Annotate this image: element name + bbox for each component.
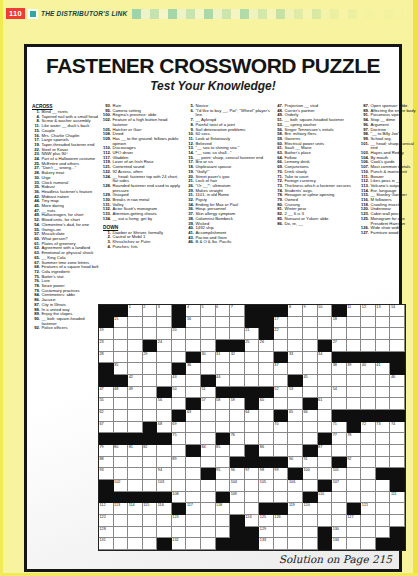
white-cell-r19c4 xyxy=(143,515,158,527)
white-cell-r9c13 xyxy=(274,398,289,410)
white-cell-r6c13: 37 xyxy=(274,363,289,375)
white-cell-r20c8 xyxy=(201,527,216,539)
cell-number: 23 xyxy=(100,340,104,344)
cell-number: 94 xyxy=(158,468,162,472)
white-cell-r7c18 xyxy=(347,375,362,387)
cell-number: 39 xyxy=(347,363,351,367)
white-cell-r14c5 xyxy=(157,457,172,469)
cell-number: 128 xyxy=(100,527,106,531)
white-cell-r6c8 xyxy=(201,363,216,375)
white-cell-r4c13 xyxy=(274,340,289,352)
cell-number: 103 xyxy=(158,480,164,484)
white-cell-r21c14 xyxy=(288,538,303,550)
white-cell-r8c17: 54 xyxy=(332,387,347,399)
white-cell-r3c9 xyxy=(216,328,231,340)
white-cell-r19c21 xyxy=(390,515,405,527)
cell-number: 8 xyxy=(289,305,291,309)
black-cell-r13c7 xyxy=(186,445,201,457)
white-cell-r3c21 xyxy=(390,328,405,340)
white-cell-r11c14 xyxy=(288,422,303,434)
cell-number: 50 xyxy=(172,387,176,391)
white-cell-r8c21 xyxy=(390,387,405,399)
white-cell-r17c10: 109 xyxy=(230,492,245,504)
white-cell-r13c17 xyxy=(332,445,347,457)
clue-column-2: 93.Ruin95.Camera setting100.Regina's pro… xyxy=(101,104,181,249)
white-cell-r1c9: 6 xyxy=(216,305,231,317)
clue-column-1: ACROSS1.Blind __ rivets4.Tapered nail wi… xyxy=(30,104,99,331)
white-cell-r21c15 xyxy=(303,538,318,550)
white-cell-r15c10: 96 xyxy=(230,468,245,480)
white-cell-r11c5: 68 xyxy=(157,422,172,434)
black-cell-r8c11 xyxy=(245,387,260,399)
black-cell-r6c6 xyxy=(172,363,187,375)
white-cell-r1c15: 9 xyxy=(303,305,318,317)
white-cell-r18c2: 113 xyxy=(114,503,129,515)
white-cell-r3c20 xyxy=(376,328,391,340)
cell-number: 43 xyxy=(172,375,176,379)
white-cell-r10c8 xyxy=(201,410,216,422)
cell-number: 119 xyxy=(289,503,295,507)
black-cell-r18c12 xyxy=(259,503,274,515)
white-cell-r13c1: 79 xyxy=(99,445,114,457)
white-cell-r11c21: 74 xyxy=(390,422,405,434)
white-cell-r9c1: 55 xyxy=(99,398,114,410)
white-cell-r6c11 xyxy=(245,363,260,375)
cell-number: 86 xyxy=(260,445,264,449)
white-cell-r6c15 xyxy=(303,363,318,375)
white-cell-r16c20 xyxy=(376,480,391,492)
white-cell-r12c12 xyxy=(259,433,274,445)
white-cell-r16c19 xyxy=(361,480,376,492)
white-cell-r18c20 xyxy=(376,503,391,515)
white-cell-r20c15 xyxy=(303,527,318,539)
white-cell-r13c9: 85 xyxy=(216,445,231,457)
white-cell-r5c9: 31 xyxy=(216,352,231,364)
white-cell-r4c1: 23 xyxy=(99,340,114,352)
cell-number: 11 xyxy=(347,305,351,309)
white-cell-r8c1: 47 xyxy=(99,387,114,399)
white-cell-r1c21: 14 xyxy=(390,305,405,317)
white-cell-r10c2 xyxy=(114,410,129,422)
white-cell-r9c10: 59 xyxy=(230,398,245,410)
white-cell-r2c15 xyxy=(303,317,318,329)
cell-number: 71 xyxy=(333,422,337,426)
white-cell-r9c20 xyxy=(376,398,391,410)
white-cell-r9c16: 61 xyxy=(318,398,333,410)
white-cell-r13c5 xyxy=(157,445,172,457)
white-cell-r2c14 xyxy=(288,317,303,329)
cell-number: 4 xyxy=(187,305,189,309)
white-cell-r1c4: 2 xyxy=(143,305,158,317)
white-cell-r1c7: 4 xyxy=(186,305,201,317)
white-cell-r17c19 xyxy=(361,492,376,504)
black-cell-r14c12 xyxy=(259,457,274,469)
white-cell-r6c14 xyxy=(288,363,303,375)
cell-number: 55 xyxy=(100,398,104,402)
white-cell-r12c14 xyxy=(288,433,303,445)
black-cell-r15c20 xyxy=(376,468,391,480)
down-clue-46: 46.B & O & So. Pacific xyxy=(184,240,271,245)
white-cell-r5c2 xyxy=(114,352,129,364)
white-cell-r7c10 xyxy=(230,375,245,387)
cell-number: 42 xyxy=(129,375,133,379)
black-cell-r4c10 xyxy=(230,340,245,352)
white-cell-r18c14: 119 xyxy=(288,503,303,515)
black-cell-r13c15 xyxy=(303,445,318,457)
white-cell-r15c5: 94 xyxy=(157,468,172,480)
cell-number: 70 xyxy=(274,422,278,426)
white-cell-r17c16: 110 xyxy=(318,492,333,504)
cell-number: 108 xyxy=(172,492,178,496)
white-cell-r11c8 xyxy=(201,422,216,434)
cell-number: 118 xyxy=(216,503,222,507)
black-cell-r5c21 xyxy=(390,352,405,364)
cell-number: 95 xyxy=(216,468,220,472)
black-cell-r11c18 xyxy=(347,422,362,434)
magazine-title: THE DISTRIBUTOR'S LINK xyxy=(41,10,127,17)
cell-number: 36 xyxy=(187,363,191,367)
white-cell-r18c11 xyxy=(245,503,260,515)
black-cell-r2c12 xyxy=(259,317,274,329)
cell-number: 29 xyxy=(143,352,147,356)
white-cell-r9c8: 57 xyxy=(201,398,216,410)
white-cell-r16c5: 103 xyxy=(157,480,172,492)
black-cell-r10c19 xyxy=(361,410,376,422)
white-cell-r17c18 xyxy=(347,492,362,504)
white-cell-r5c8: 30 xyxy=(201,352,216,364)
white-cell-r17c8 xyxy=(201,492,216,504)
cell-number: 89 xyxy=(172,457,176,461)
white-cell-r7c21: 46 xyxy=(390,375,405,387)
white-cell-r12c20 xyxy=(376,433,391,445)
across-clue-92: 92.Police officers xyxy=(30,326,99,331)
white-cell-r4c6 xyxy=(172,340,187,352)
white-cell-r4c20 xyxy=(376,340,391,352)
cell-number: 7 xyxy=(231,305,233,309)
white-cell-r3c17 xyxy=(332,328,347,340)
white-cell-r17c6: 108 xyxy=(172,492,187,504)
white-cell-r2c4 xyxy=(143,317,158,329)
black-cell-r9c15 xyxy=(303,398,318,410)
white-cell-r2c10 xyxy=(230,317,245,329)
white-cell-r13c2: 80 xyxy=(114,445,129,457)
white-cell-r4c15 xyxy=(303,340,318,352)
white-cell-r2c9 xyxy=(216,317,231,329)
white-cell-r14c20 xyxy=(376,457,391,469)
white-cell-r20c7 xyxy=(186,527,201,539)
cell-number: 2 xyxy=(143,305,145,309)
white-cell-r17c12 xyxy=(259,492,274,504)
white-cell-r8c6: 50 xyxy=(172,387,187,399)
cell-number: 26 xyxy=(260,340,264,344)
white-cell-r14c8 xyxy=(201,457,216,469)
white-cell-r14c7 xyxy=(186,457,201,469)
white-cell-r6c3 xyxy=(128,363,143,375)
magazine-page: { "game": "crossword", "header": { "page… xyxy=(0,0,418,576)
white-cell-r2c2: 15 xyxy=(114,317,129,329)
white-cell-r14c16 xyxy=(318,457,333,469)
white-cell-r1c19: 12 xyxy=(361,305,376,317)
white-cell-r5c12 xyxy=(259,352,274,364)
cell-number: 25 xyxy=(245,340,249,344)
white-cell-r2c17: 18 xyxy=(332,317,347,329)
white-cell-r19c16 xyxy=(318,515,333,527)
white-cell-r3c4 xyxy=(143,328,158,340)
white-cell-r19c7 xyxy=(186,515,201,527)
black-cell-r7c2 xyxy=(114,375,129,387)
black-cell-r12c4 xyxy=(143,433,158,445)
white-cell-r13c18 xyxy=(347,445,362,457)
white-cell-r7c12 xyxy=(259,375,274,387)
white-cell-r9c4 xyxy=(143,398,158,410)
black-cell-r5c17 xyxy=(332,352,347,364)
white-cell-r2c20 xyxy=(376,317,391,329)
cell-number: 113 xyxy=(114,503,120,507)
black-cell-r5c13 xyxy=(274,352,289,364)
black-cell-r10c18 xyxy=(347,410,362,422)
cell-number: 51 xyxy=(201,387,205,391)
white-cell-r4c21 xyxy=(390,340,405,352)
black-cell-r1c11 xyxy=(245,305,260,317)
white-cell-r3c11: 21 xyxy=(245,328,260,340)
black-cell-r16c16 xyxy=(318,480,333,492)
cell-number: 12 xyxy=(362,305,366,309)
cell-number: 5 xyxy=(201,305,203,309)
cell-number: 126 xyxy=(274,515,280,519)
cell-number: 31 xyxy=(216,352,220,356)
white-cell-r12c11 xyxy=(245,433,260,445)
white-cell-r20c19 xyxy=(361,527,376,539)
white-cell-r9c18 xyxy=(347,398,362,410)
black-cell-r13c11 xyxy=(245,445,260,457)
black-cell-r21c20 xyxy=(376,538,391,550)
white-cell-r9c6 xyxy=(172,398,187,410)
cell-number: 27 xyxy=(333,340,337,344)
black-cell-r4c16 xyxy=(318,340,333,352)
black-cell-r11c4 xyxy=(143,422,158,434)
cell-number: 58 xyxy=(216,398,220,402)
white-cell-r15c2 xyxy=(114,468,129,480)
cell-number: 82 xyxy=(143,445,147,449)
across-clue-134: 134.__ out a living; get by xyxy=(101,217,181,222)
white-cell-r8c19 xyxy=(361,387,376,399)
white-cell-r5c6 xyxy=(172,352,187,364)
white-cell-r3c13: 22 xyxy=(274,328,289,340)
white-cell-r19c17 xyxy=(332,515,347,527)
white-cell-r16c11 xyxy=(245,480,260,492)
white-cell-r7c19 xyxy=(361,375,376,387)
white-cell-r16c8 xyxy=(201,480,216,492)
black-cell-r17c3 xyxy=(128,492,143,504)
black-cell-r14c17 xyxy=(332,457,347,469)
black-cell-r7c14 xyxy=(288,375,303,387)
white-cell-r5c14: 33 xyxy=(288,352,303,364)
white-cell-r20c18 xyxy=(347,527,362,539)
cell-number: 52 xyxy=(274,387,278,391)
white-cell-r19c5 xyxy=(157,515,172,527)
cell-number: 38 xyxy=(333,363,337,367)
black-cell-r17c15 xyxy=(303,492,318,504)
black-cell-r12c9 xyxy=(216,433,231,445)
white-cell-r20c6 xyxy=(172,527,187,539)
black-cell-r10c20 xyxy=(376,410,391,422)
black-cell-r4c4 xyxy=(143,340,158,352)
white-cell-r13c12: 86 xyxy=(259,445,274,457)
white-cell-r19c2 xyxy=(114,515,129,527)
cell-number: 60 xyxy=(260,398,264,402)
white-cell-r17c14 xyxy=(288,492,303,504)
white-cell-r14c3 xyxy=(128,457,143,469)
white-cell-r3c3 xyxy=(128,328,143,340)
white-cell-r13c8: 84 xyxy=(201,445,216,457)
clue-section-heading: DOWN xyxy=(103,225,181,230)
white-cell-r17c13 xyxy=(274,492,289,504)
cell-number: 35 xyxy=(114,363,118,367)
cell-number: 98 xyxy=(260,468,264,472)
black-cell-r2c1 xyxy=(99,317,114,329)
black-cell-r9c11 xyxy=(245,398,260,410)
cell-number: 129 xyxy=(260,527,266,531)
black-cell-r1c2 xyxy=(114,305,129,317)
cell-number: 68 xyxy=(158,422,162,426)
white-cell-r8c7 xyxy=(186,387,201,399)
white-cell-r7c17 xyxy=(332,375,347,387)
black-cell-r12c16 xyxy=(318,433,333,445)
white-cell-r13c14 xyxy=(288,445,303,457)
white-cell-r15c11: 97 xyxy=(245,468,260,480)
cell-number: 96 xyxy=(231,468,235,472)
white-cell-r19c3 xyxy=(128,515,143,527)
white-cell-r16c15 xyxy=(303,480,318,492)
white-cell-r15c16 xyxy=(318,468,333,480)
white-cell-r19c15 xyxy=(303,515,318,527)
white-cell-r5c15 xyxy=(303,352,318,364)
white-cell-r13c10 xyxy=(230,445,245,457)
cell-number: 116 xyxy=(158,503,164,507)
black-cell-r20c11 xyxy=(245,527,260,539)
white-cell-r14c19 xyxy=(361,457,376,469)
white-cell-r12c8 xyxy=(201,433,216,445)
black-cell-r15c14 xyxy=(288,468,303,480)
cell-number: 21 xyxy=(245,328,249,332)
cell-number: 84 xyxy=(201,445,205,449)
white-cell-r18c10 xyxy=(230,503,245,515)
cell-number: 81 xyxy=(129,445,133,449)
cell-number: 6 xyxy=(216,305,218,309)
white-cell-r8c16 xyxy=(318,387,333,399)
white-cell-r20c20 xyxy=(376,527,391,539)
white-cell-r4c17: 27 xyxy=(332,340,347,352)
white-cell-r20c5 xyxy=(157,527,172,539)
cell-number: 1 xyxy=(129,305,131,309)
cell-number: 124 xyxy=(245,515,251,519)
black-cell-r10c6 xyxy=(172,410,187,422)
white-cell-r18c4: 115 xyxy=(143,503,158,515)
white-cell-r12c21 xyxy=(390,433,405,445)
white-cell-r18c5: 116 xyxy=(157,503,172,515)
black-cell-r7c1 xyxy=(99,375,114,387)
white-cell-r11c1: 67 xyxy=(99,422,114,434)
cell-number: 53 xyxy=(289,387,293,391)
white-cell-r10c10 xyxy=(230,410,245,422)
white-cell-r13c19 xyxy=(361,445,376,457)
white-cell-r6c20: 41 xyxy=(376,363,391,375)
white-cell-r7c15: 45 xyxy=(303,375,318,387)
cell-number: 130 xyxy=(333,527,339,531)
black-cell-r14c13 xyxy=(274,457,289,469)
white-cell-r13c3: 81 xyxy=(128,445,143,457)
black-cell-r16c1 xyxy=(99,480,114,492)
black-cell-r5c20 xyxy=(376,352,391,364)
white-cell-r8c13: 52 xyxy=(274,387,289,399)
cell-number: 3 xyxy=(158,305,160,309)
white-cell-r16c3 xyxy=(128,480,143,492)
white-cell-r1c14: 8 xyxy=(288,305,303,317)
white-cell-r19c6: 123 xyxy=(172,515,187,527)
white-cell-r1c18: 11 xyxy=(347,305,362,317)
black-cell-r20c21 xyxy=(390,527,405,539)
white-cell-r8c8: 51 xyxy=(201,387,216,399)
cell-number: 63 xyxy=(187,410,191,414)
cell-number: 28 xyxy=(100,352,104,356)
cell-number: 123 xyxy=(172,515,178,519)
cell-number: 19 xyxy=(100,328,104,332)
puzzle-subtitle: Test Your Knowledge! xyxy=(27,79,399,93)
white-cell-r4c7 xyxy=(186,340,201,352)
white-cell-r16c2: 102 xyxy=(114,480,129,492)
white-cell-r17c20 xyxy=(376,492,391,504)
white-cell-r11c12 xyxy=(259,422,274,434)
black-cell-r2c11 xyxy=(245,317,260,329)
white-cell-r6c4 xyxy=(143,363,158,375)
cell-number: 62 xyxy=(100,410,104,414)
cell-number: 65 xyxy=(289,410,293,414)
cell-number: 40 xyxy=(362,363,366,367)
white-cell-r8c20 xyxy=(376,387,391,399)
white-cell-r8c15 xyxy=(303,387,318,399)
black-cell-r5c18 xyxy=(347,352,362,364)
black-cell-r21c9 xyxy=(216,538,231,550)
white-cell-r6c10 xyxy=(230,363,245,375)
puzzle-box: FASTENER CROSSWORD PUZZLE Test Your Know… xyxy=(24,44,402,572)
cell-number: 57 xyxy=(201,398,205,402)
black-cell-r17c2 xyxy=(114,492,129,504)
white-cell-r10c7: 63 xyxy=(186,410,201,422)
white-cell-r3c19 xyxy=(361,328,376,340)
cell-number: 13 xyxy=(376,305,380,309)
white-cell-r4c5: 24 xyxy=(157,340,172,352)
white-cell-r3c15 xyxy=(303,328,318,340)
white-cell-r11c17: 71 xyxy=(332,422,347,434)
white-cell-r10c12 xyxy=(259,410,274,422)
cell-number: 22 xyxy=(274,328,278,332)
cell-number: 73 xyxy=(376,422,380,426)
black-cell-r20c16 xyxy=(318,527,333,539)
white-cell-r12c15 xyxy=(303,433,318,445)
cell-number: 91 xyxy=(303,457,307,461)
white-cell-r3c1: 19 xyxy=(99,328,114,340)
white-cell-r2c8 xyxy=(201,317,216,329)
white-cell-r20c3 xyxy=(128,527,143,539)
white-cell-r16c12: 105 xyxy=(259,480,274,492)
black-cell-r5c19 xyxy=(361,352,376,364)
white-cell-r20c14 xyxy=(288,527,303,539)
cell-number: 134 xyxy=(333,538,339,542)
white-cell-r21c2 xyxy=(114,538,129,550)
white-cell-r15c12: 98 xyxy=(259,468,274,480)
cell-number: 125 xyxy=(260,515,266,519)
white-cell-r2c5 xyxy=(157,317,172,329)
